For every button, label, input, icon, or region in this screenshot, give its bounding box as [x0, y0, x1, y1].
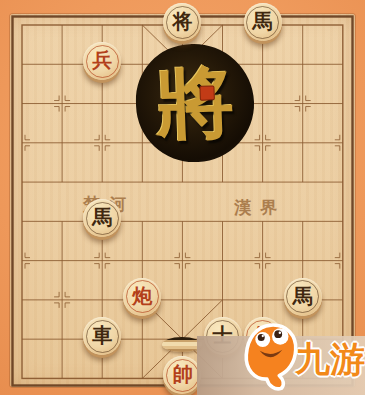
red-seal-icon	[199, 85, 215, 101]
xiangqi-app-screen: 楚河 漢界 将馬兵馬炮馬車士仕帥 將 九游	[0, 0, 365, 395]
piece-character: 馬	[253, 11, 273, 31]
piece-炮[interactable]: 炮	[123, 278, 161, 316]
piece-character: 炮	[132, 286, 152, 306]
piece-character: 馬	[92, 207, 112, 227]
piece-character: 馬	[293, 286, 313, 306]
stamp-general-character: 將	[155, 63, 236, 144]
piece-character: 将	[172, 11, 192, 31]
river-label-han-jie: 漢界	[234, 196, 286, 219]
piece-character: 車	[92, 325, 112, 345]
jiuyou-brand-logo-text: 九游	[295, 336, 365, 383]
piece-character: 兵	[92, 50, 112, 70]
piece-character: 帥	[172, 364, 192, 384]
jiuyou-mascot-icon	[240, 322, 302, 392]
piece-馬[interactable]: 馬	[244, 3, 282, 41]
piece-馬[interactable]: 馬	[284, 278, 322, 316]
